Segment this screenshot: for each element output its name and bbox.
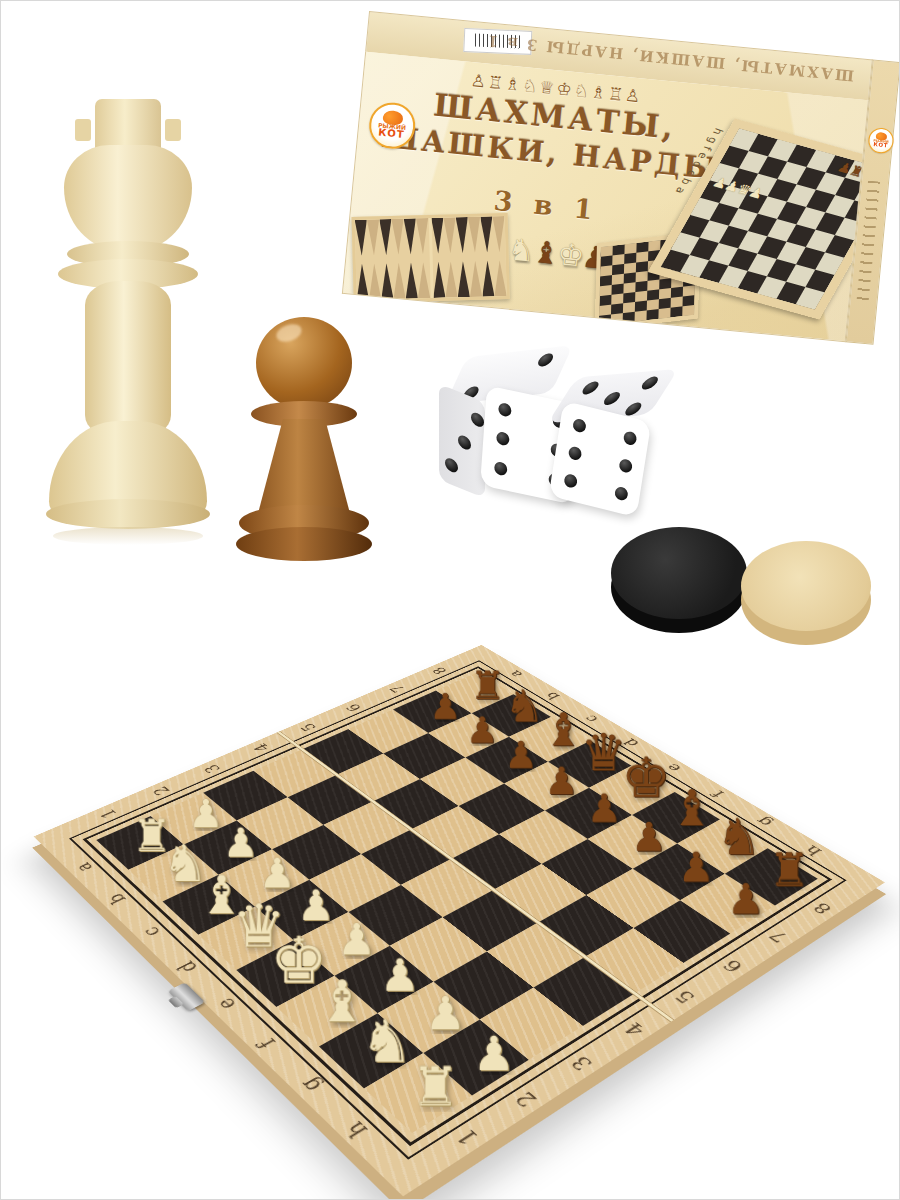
piece-brown-pawn-h7: ♟ (712, 878, 779, 920)
brand-logo-side: РЫЖИЙ КОТ (867, 127, 895, 155)
chessboard-scene: ♜♟♟♜♞♟♟♞♝♟♟♝♛♟♟♛♚♟♟♚♝♟♟♝♞♟♟♞♜♟♟♜ aabbccd… (34, 645, 885, 1196)
file-label-left-b: b (102, 890, 131, 907)
hero-white-king-piece (45, 99, 211, 545)
black-checker-disc (611, 527, 747, 645)
mini-backgammon-board (352, 213, 510, 303)
pawn-body (242, 419, 366, 513)
mini-chess-pieces-trio: ♞♝♚♟ (506, 234, 608, 273)
pawn-head (256, 317, 352, 409)
file-label-left-f: f (253, 1035, 281, 1053)
rank-label-bottom-6: 6 (719, 956, 748, 975)
board-squares: ♜♟♟♜♞♟♟♞♝♟♟♝♛♟♟♛♚♟♟♚♝♟♟♝♞♟♟♞♜♟♟♜ (96, 672, 818, 1133)
piece-white-rook-h1: ♜ (396, 1059, 474, 1114)
product-box: ШАХМАТЫ, ШАШКИ, НАРДЫ 3 в 1 РЫЖИЙ КОТ ♙♖… (342, 11, 900, 345)
rank-label-bottom-7: 7 (765, 927, 793, 945)
hero-brown-pawn-piece (233, 317, 375, 569)
file-label-left-g: g (294, 1074, 327, 1097)
board-frame: ♜♟♟♜♞♟♟♞♝♟♟♝♛♟♟♛♚♟♟♚♝♟♟♝♞♟♟♞♜♟♟♜ aabbccd… (34, 645, 885, 1196)
file-label-left-c: c (137, 924, 166, 941)
die1-left-face (439, 384, 485, 499)
king-head (64, 145, 192, 251)
wood-checker-disc (741, 541, 871, 657)
king-stem (85, 281, 171, 439)
rank-label-top-2: 2 (148, 784, 174, 798)
mini-knight-icon: ♞ (506, 231, 534, 268)
king-reflection (53, 527, 203, 545)
mini-king-icon: ♚ (556, 236, 584, 273)
mini-bishop-icon: ♝ (531, 234, 559, 271)
dice-pair (437, 349, 667, 519)
file-label-left-a: a (70, 860, 98, 876)
metal-latch (168, 982, 206, 1011)
box-front-panel: РЫЖИЙ КОТ ♙♖♗♘♕♔♘♗♖♙ ШАХМАТЫ, ШАШКИ, НАР… (342, 52, 869, 342)
product-photo: ШАХМАТЫ, ШАШКИ, НАРДЫ 3 в 1 РЫЖИЙ КОТ ♙♖… (0, 0, 900, 1200)
rank-label-bottom-8: 8 (809, 900, 836, 917)
box-front-assembly: ШАХМАТЫ, ШАШКИ, НАРДЫ 3 в 1 РЫЖИЙ КОТ ♙♖… (342, 11, 873, 342)
mini-board-white-pieces: ♟♟♛♟ (709, 174, 765, 202)
file-label-left-d: d (172, 958, 202, 977)
side-panel-text-lines (857, 181, 880, 302)
file-label-left-e: e (211, 994, 241, 1013)
